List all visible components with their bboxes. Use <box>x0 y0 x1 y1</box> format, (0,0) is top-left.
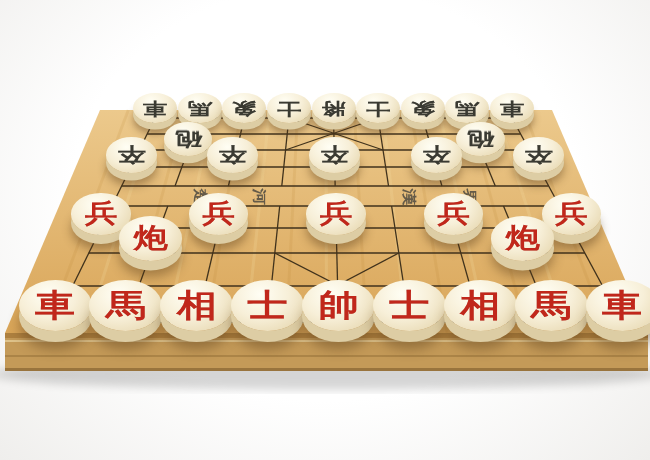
piece-disc: 帥 <box>302 280 375 331</box>
piece-disc: 象 <box>401 93 445 124</box>
piece-disc: 馬 <box>445 93 489 124</box>
piece-disc: 兵 <box>189 193 249 235</box>
piece-glyph: 卒 <box>106 143 157 168</box>
piece-glyph: 車 <box>19 285 92 325</box>
piece-disc: 車 <box>19 280 92 331</box>
piece-glyph: 車 <box>586 285 650 325</box>
piece-glyph: 將 <box>312 97 356 119</box>
piece-black-horse[interactable]: 馬 <box>178 93 222 124</box>
piece-disc: 砲 <box>164 122 213 156</box>
piece-disc: 卒 <box>411 137 462 173</box>
piece-glyph: 帥 <box>302 285 375 325</box>
piece-glyph: 馬 <box>445 97 489 119</box>
piece-disc: 車 <box>490 93 534 124</box>
piece-black-advisor[interactable]: 士 <box>356 93 400 124</box>
piece-glyph: 卒 <box>207 143 258 168</box>
piece-glyph: 象 <box>222 97 266 119</box>
pieces-layer: 車馬象士將士象馬車砲砲卒卒卒卒卒兵兵兵兵兵炮炮車馬相士帥士相馬車 <box>0 0 650 460</box>
piece-black-horse[interactable]: 馬 <box>445 93 489 124</box>
piece-disc: 車 <box>586 280 650 331</box>
piece-red-horse[interactable]: 馬 <box>515 280 588 331</box>
piece-disc: 卒 <box>513 137 564 173</box>
piece-disc: 馬 <box>178 93 222 124</box>
piece-red-chariot[interactable]: 車 <box>19 280 92 331</box>
piece-glyph: 卒 <box>513 143 564 168</box>
piece-glyph: 馬 <box>178 97 222 119</box>
piece-red-advisor[interactable]: 士 <box>231 280 304 331</box>
piece-glyph: 兵 <box>189 198 249 231</box>
piece-disc: 卒 <box>207 137 258 173</box>
piece-glyph: 砲 <box>164 127 213 151</box>
photo-xiangqi-board: 楚河漢界 車馬象士將士象馬車砲砲卒卒卒卒卒兵兵兵兵兵炮炮車馬相士帥士相馬車 <box>0 0 650 460</box>
piece-disc: 卒 <box>309 137 360 173</box>
piece-disc: 馬 <box>515 280 588 331</box>
piece-disc: 炮 <box>491 216 554 260</box>
piece-glyph: 相 <box>160 285 233 325</box>
piece-red-cannon[interactable]: 炮 <box>491 216 554 260</box>
piece-red-elephant[interactable]: 相 <box>160 280 233 331</box>
piece-glyph: 士 <box>231 285 304 325</box>
piece-black-cannon[interactable]: 砲 <box>456 122 505 156</box>
piece-glyph: 車 <box>490 97 534 119</box>
piece-glyph: 車 <box>133 97 177 119</box>
piece-disc: 象 <box>222 93 266 124</box>
piece-disc: 兵 <box>306 193 366 235</box>
piece-glyph: 馬 <box>515 285 588 325</box>
piece-glyph: 炮 <box>491 221 554 255</box>
piece-black-soldier[interactable]: 卒 <box>309 137 360 173</box>
piece-glyph: 砲 <box>456 127 505 151</box>
piece-disc: 士 <box>373 280 446 331</box>
piece-black-soldier[interactable]: 卒 <box>513 137 564 173</box>
piece-glyph: 卒 <box>411 143 462 168</box>
piece-black-cannon[interactable]: 砲 <box>164 122 213 156</box>
piece-glyph: 相 <box>444 285 517 325</box>
piece-black-soldier[interactable]: 卒 <box>106 137 157 173</box>
piece-black-chariot[interactable]: 車 <box>133 93 177 124</box>
piece-disc: 士 <box>267 93 311 124</box>
piece-disc: 兵 <box>424 193 484 235</box>
piece-black-general[interactable]: 將 <box>312 93 356 124</box>
piece-black-advisor[interactable]: 士 <box>267 93 311 124</box>
piece-disc: 相 <box>444 280 517 331</box>
piece-red-cannon[interactable]: 炮 <box>119 216 182 260</box>
piece-disc: 炮 <box>119 216 182 260</box>
piece-disc: 士 <box>231 280 304 331</box>
piece-red-elephant[interactable]: 相 <box>444 280 517 331</box>
piece-glyph: 兵 <box>306 198 366 231</box>
piece-glyph: 士 <box>373 285 446 325</box>
piece-glyph: 卒 <box>309 143 360 168</box>
piece-disc: 卒 <box>106 137 157 173</box>
piece-disc: 相 <box>160 280 233 331</box>
piece-disc: 車 <box>133 93 177 124</box>
piece-disc: 士 <box>356 93 400 124</box>
piece-glyph: 象 <box>401 97 445 119</box>
piece-red-horse[interactable]: 馬 <box>89 280 162 331</box>
piece-glyph: 馬 <box>89 285 162 325</box>
piece-disc: 砲 <box>456 122 505 156</box>
piece-red-soldier[interactable]: 兵 <box>424 193 484 235</box>
piece-black-soldier[interactable]: 卒 <box>411 137 462 173</box>
piece-red-advisor[interactable]: 士 <box>373 280 446 331</box>
piece-glyph: 士 <box>267 97 311 119</box>
piece-black-chariot[interactable]: 車 <box>490 93 534 124</box>
piece-glyph: 士 <box>356 97 400 119</box>
piece-disc: 馬 <box>89 280 162 331</box>
piece-red-soldier[interactable]: 兵 <box>306 193 366 235</box>
piece-disc: 將 <box>312 93 356 124</box>
piece-red-chariot[interactable]: 車 <box>586 280 650 331</box>
piece-black-elephant[interactable]: 象 <box>401 93 445 124</box>
piece-black-elephant[interactable]: 象 <box>222 93 266 124</box>
piece-glyph: 兵 <box>424 198 484 231</box>
piece-black-soldier[interactable]: 卒 <box>207 137 258 173</box>
piece-red-general[interactable]: 帥 <box>302 280 375 331</box>
piece-glyph: 炮 <box>119 221 182 255</box>
piece-red-soldier[interactable]: 兵 <box>189 193 249 235</box>
